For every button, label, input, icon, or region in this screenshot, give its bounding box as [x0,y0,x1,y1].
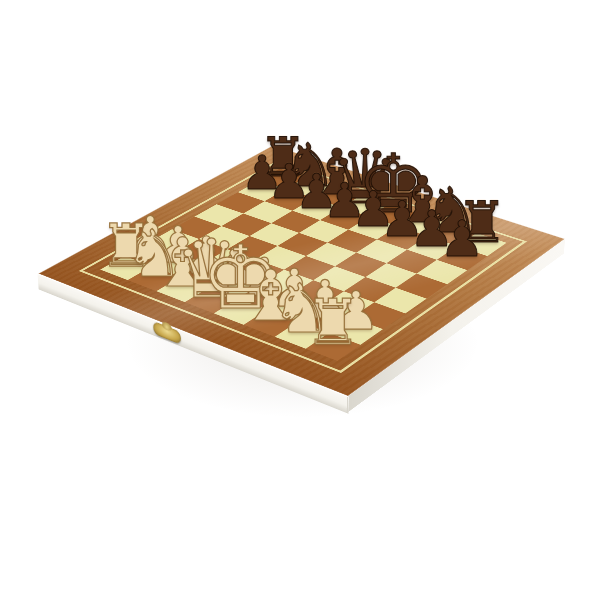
piece-black-pawn-h7[interactable]: ♟ [440,214,485,264]
chess-set-photo: ♜♞♝♛♚♝♞♜♟♟♟♟♟♟♟♟♟♟♟♟♟♟♟♟♜♞♝♛♚♝♞♜ [0,0,600,600]
pieces-layer: ♜♞♝♛♚♝♞♜♟♟♟♟♟♟♟♟♟♟♟♟♟♟♟♟♜♞♝♛♚♝♞♜ [0,0,600,600]
piece-white-rook-h1[interactable]: ♜ [305,291,361,354]
